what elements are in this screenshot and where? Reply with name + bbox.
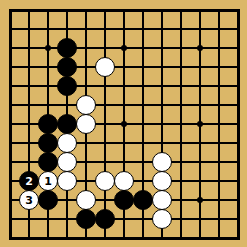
stone-black[interactable] [114,190,134,210]
star-point [121,45,127,51]
stone-white[interactable] [57,171,77,191]
stone-black[interactable] [76,209,96,229]
move-number-label: 2 [25,176,33,187]
move-number-label: 1 [44,176,52,187]
stone-white[interactable] [152,209,172,229]
stone-white[interactable] [57,152,77,172]
stone-white[interactable] [152,190,172,210]
stone-white[interactable] [95,57,115,77]
star-point [197,121,203,127]
stone-black[interactable] [57,57,77,77]
grid-line-vertical [218,9,220,240]
stone-white[interactable] [76,114,96,134]
star-point [197,197,203,203]
stone-black-move-2[interactable]: 2 [19,171,39,191]
go-board[interactable]: 213 [0,0,247,247]
stone-white[interactable] [114,171,134,191]
star-point [121,121,127,127]
grid-line-vertical [237,9,240,240]
grid-line-horizontal [9,237,240,240]
stone-white-move-1[interactable]: 1 [38,171,58,191]
stone-white[interactable] [57,133,77,153]
stone-black[interactable] [38,190,58,210]
stone-black[interactable] [38,152,58,172]
grid-line-horizontal [9,218,240,220]
stone-white[interactable] [95,171,115,191]
stone-white[interactable] [76,190,96,210]
stone-black[interactable] [38,133,58,153]
stone-black[interactable] [57,38,77,58]
stone-black[interactable] [57,76,77,96]
stone-white[interactable] [152,152,172,172]
move-number-label: 3 [25,195,33,206]
stone-black[interactable] [38,114,58,134]
stone-white-move-3[interactable]: 3 [19,190,39,210]
stone-black[interactable] [133,190,153,210]
stone-white[interactable] [152,171,172,191]
stone-black[interactable] [95,209,115,229]
stone-black[interactable] [57,114,77,134]
stone-white[interactable] [76,95,96,115]
grid-line-vertical [180,9,182,240]
star-point [45,45,51,51]
star-point [197,45,203,51]
